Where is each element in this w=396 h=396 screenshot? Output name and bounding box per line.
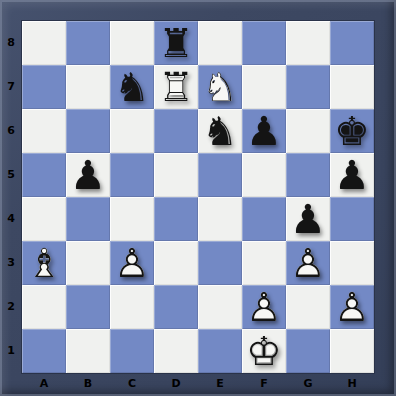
rank-label-2: 2 <box>0 285 22 329</box>
black-pawn-glyph: ♟ <box>242 109 286 153</box>
square-h7[interactable] <box>330 65 374 109</box>
square-a8[interactable] <box>22 21 66 65</box>
square-d6[interactable] <box>154 109 198 153</box>
square-a5[interactable] <box>22 153 66 197</box>
file-label-b: B <box>66 373 110 396</box>
piece-white-king-f1[interactable]: ♚♔ <box>242 329 286 373</box>
file-label-g: G <box>286 373 330 396</box>
square-c5[interactable] <box>110 153 154 197</box>
file-label-a: A <box>22 373 66 396</box>
piece-black-pawn-h5[interactable]: ♟ <box>330 153 374 197</box>
square-f4[interactable] <box>242 197 286 241</box>
piece-white-pawn-g3[interactable]: ♟♙ <box>286 241 330 285</box>
white-rook-outline-glyph: ♖ <box>154 65 198 109</box>
square-c8[interactable] <box>110 21 154 65</box>
rank-label-8: 8 <box>0 21 22 65</box>
rank-label-5: 5 <box>0 153 22 197</box>
square-a4[interactable] <box>22 197 66 241</box>
piece-white-knight-e7[interactable]: ♞♘ <box>198 65 242 109</box>
square-h2[interactable]: ♟♙ <box>330 285 374 329</box>
square-b4[interactable] <box>66 197 110 241</box>
square-d5[interactable] <box>154 153 198 197</box>
file-label-c: C <box>110 373 154 396</box>
square-b5[interactable]: ♟ <box>66 153 110 197</box>
square-g3[interactable]: ♟♙ <box>286 241 330 285</box>
piece-white-pawn-f2[interactable]: ♟♙ <box>242 285 286 329</box>
square-f3[interactable] <box>242 241 286 285</box>
black-pawn-glyph: ♟ <box>66 153 110 197</box>
rank-label-6: 6 <box>0 109 22 153</box>
square-g4[interactable]: ♟ <box>286 197 330 241</box>
square-f1[interactable]: ♚♔ <box>242 329 286 373</box>
square-h1[interactable] <box>330 329 374 373</box>
rank-label-4: 4 <box>0 197 22 241</box>
white-knight-outline-glyph: ♘ <box>198 65 242 109</box>
square-h3[interactable] <box>330 241 374 285</box>
piece-black-pawn-f6[interactable]: ♟ <box>242 109 286 153</box>
white-pawn-outline-glyph: ♙ <box>286 241 330 285</box>
square-e6[interactable]: ♞ <box>198 109 242 153</box>
white-pawn-outline-glyph: ♙ <box>242 285 286 329</box>
board-frame: 87654321 ♜♞♜♖♞♘♞♟♚♟♟♟♝♗♟♙♟♙♟♙♟♙♚♔ ABCDEF… <box>0 0 396 396</box>
square-h5[interactable]: ♟ <box>330 153 374 197</box>
chess-board: ♜♞♜♖♞♘♞♟♚♟♟♟♝♗♟♙♟♙♟♙♟♙♚♔ <box>22 21 374 373</box>
black-pawn-glyph: ♟ <box>286 197 330 241</box>
square-g7[interactable] <box>286 65 330 109</box>
square-d2[interactable] <box>154 285 198 329</box>
piece-black-rook-d8[interactable]: ♜ <box>154 21 198 65</box>
square-b7[interactable] <box>66 65 110 109</box>
square-d8[interactable]: ♜ <box>154 21 198 65</box>
file-label-e: E <box>198 373 242 396</box>
piece-white-pawn-c3[interactable]: ♟♙ <box>110 241 154 285</box>
square-b1[interactable] <box>66 329 110 373</box>
square-g5[interactable] <box>286 153 330 197</box>
square-e4[interactable] <box>198 197 242 241</box>
square-e2[interactable] <box>198 285 242 329</box>
white-bishop-outline-glyph: ♗ <box>22 241 66 285</box>
piece-black-king-h6[interactable]: ♚ <box>330 109 374 153</box>
square-e3[interactable] <box>198 241 242 285</box>
piece-black-knight-e6[interactable]: ♞ <box>198 109 242 153</box>
white-king-outline-glyph: ♔ <box>242 329 286 373</box>
black-king-glyph: ♚ <box>330 109 374 153</box>
black-pawn-glyph: ♟ <box>330 153 374 197</box>
file-label-h: H <box>330 373 374 396</box>
square-f2[interactable]: ♟♙ <box>242 285 286 329</box>
square-d3[interactable] <box>154 241 198 285</box>
square-h6[interactable]: ♚ <box>330 109 374 153</box>
square-a6[interactable] <box>22 109 66 153</box>
square-a7[interactable] <box>22 65 66 109</box>
square-g8[interactable] <box>286 21 330 65</box>
square-g2[interactable] <box>286 285 330 329</box>
black-rook-glyph: ♜ <box>154 21 198 65</box>
square-h4[interactable] <box>330 197 374 241</box>
square-c2[interactable] <box>110 285 154 329</box>
square-b2[interactable] <box>66 285 110 329</box>
square-e1[interactable] <box>198 329 242 373</box>
white-pawn-outline-glyph: ♙ <box>110 241 154 285</box>
square-f7[interactable] <box>242 65 286 109</box>
square-c1[interactable] <box>110 329 154 373</box>
square-c3[interactable]: ♟♙ <box>110 241 154 285</box>
square-b3[interactable] <box>66 241 110 285</box>
piece-white-rook-d7[interactable]: ♜♖ <box>154 65 198 109</box>
rank-label-1: 1 <box>0 329 22 373</box>
rank-label-7: 7 <box>0 65 22 109</box>
square-e7[interactable]: ♞♘ <box>198 65 242 109</box>
square-f6[interactable]: ♟ <box>242 109 286 153</box>
square-h8[interactable] <box>330 21 374 65</box>
square-b6[interactable] <box>66 109 110 153</box>
file-labels: ABCDEFGH <box>22 373 374 396</box>
square-c6[interactable] <box>110 109 154 153</box>
square-c4[interactable] <box>110 197 154 241</box>
piece-white-pawn-h2[interactable]: ♟♙ <box>330 285 374 329</box>
file-label-d: D <box>154 373 198 396</box>
square-b8[interactable] <box>66 21 110 65</box>
square-c7[interactable]: ♞ <box>110 65 154 109</box>
piece-black-pawn-g4[interactable]: ♟ <box>286 197 330 241</box>
black-knight-glyph: ♞ <box>198 109 242 153</box>
rank-label-3: 3 <box>0 241 22 285</box>
piece-black-knight-c7[interactable]: ♞ <box>110 65 154 109</box>
square-g1[interactable] <box>286 329 330 373</box>
square-e8[interactable] <box>198 21 242 65</box>
file-label-f: F <box>242 373 286 396</box>
square-d4[interactable] <box>154 197 198 241</box>
rank-labels: 87654321 <box>0 21 22 373</box>
square-g6[interactable] <box>286 109 330 153</box>
square-d7[interactable]: ♜♖ <box>154 65 198 109</box>
square-f8[interactable] <box>242 21 286 65</box>
black-knight-glyph: ♞ <box>110 65 154 109</box>
square-a2[interactable] <box>22 285 66 329</box>
piece-black-pawn-b5[interactable]: ♟ <box>66 153 110 197</box>
square-f5[interactable] <box>242 153 286 197</box>
square-d1[interactable] <box>154 329 198 373</box>
white-pawn-outline-glyph: ♙ <box>330 285 374 329</box>
square-a3[interactable]: ♝♗ <box>22 241 66 285</box>
piece-white-bishop-a3[interactable]: ♝♗ <box>22 241 66 285</box>
square-a1[interactable] <box>22 329 66 373</box>
square-e5[interactable] <box>198 153 242 197</box>
